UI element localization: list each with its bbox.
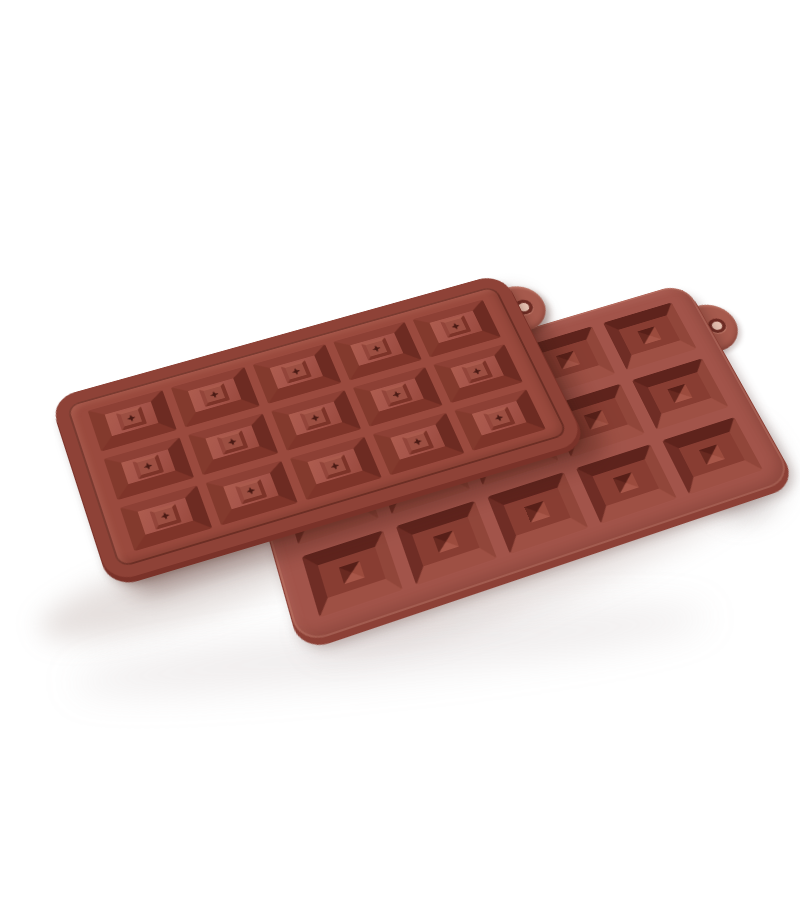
pyramid-cavity (576, 444, 677, 523)
cavity-floor-peak (524, 501, 550, 523)
pyramid-cavity (396, 501, 497, 585)
bump-nub (235, 478, 267, 504)
bump-nub (281, 360, 312, 384)
bump-nub (440, 315, 471, 338)
cavity-cell (632, 358, 729, 430)
bump-nub (300, 406, 332, 431)
bump-nub (319, 454, 351, 479)
nub-star-dimple (126, 413, 137, 423)
nub-star-dimple (227, 437, 238, 447)
cavity-floor-peak (699, 445, 725, 466)
pyramid-bump (373, 413, 465, 475)
nub-star-dimple (450, 322, 461, 331)
nub-star-dimple (371, 344, 382, 353)
cavity-floor-peak (667, 384, 692, 403)
pyramid-cavity (487, 472, 588, 554)
cavity-cell (576, 444, 677, 523)
nub-star-dimple (142, 461, 153, 471)
cavity-floor-peak (339, 561, 365, 584)
nub-star-dimple (209, 390, 220, 399)
bump-nub (461, 360, 493, 384)
cavity-floor-peak (584, 410, 609, 430)
cavity-cell (396, 501, 497, 585)
cavity-floor-peak (556, 351, 580, 370)
nub-star-dimple (493, 413, 505, 423)
pyramid-cavity (302, 531, 403, 618)
nub-star-dimple (412, 437, 424, 447)
bump-nub (217, 430, 249, 455)
pyramid-cavity (662, 417, 763, 494)
bump-nub (199, 383, 230, 407)
bump-nub (149, 503, 181, 529)
product-photo-scene (0, 0, 800, 923)
nub-star-dimple (245, 486, 257, 496)
nub-star-dimple (290, 367, 301, 376)
cavity-cell (302, 531, 403, 618)
nub-star-dimple (391, 390, 402, 399)
bump-nub (381, 383, 413, 407)
nub-star-dimple (160, 511, 172, 521)
cavity-floor-peak (433, 531, 459, 554)
bump-cell (373, 413, 465, 475)
bump-nub (483, 406, 515, 431)
nub-star-dimple (329, 461, 341, 471)
bump-cell (454, 389, 545, 450)
cavity-cell (662, 417, 763, 494)
bump-nub (116, 406, 147, 431)
pyramid-cavity (632, 358, 729, 430)
bump-nub (402, 430, 434, 455)
nub-star-dimple (309, 413, 320, 423)
cavity-cell (487, 472, 588, 554)
cavity-cell (603, 302, 697, 370)
pyramid-cavity (603, 302, 697, 370)
bump-nub (132, 454, 164, 479)
cavity-floor-peak (613, 472, 639, 493)
pyramid-bump (454, 389, 545, 450)
nub-star-dimple (471, 367, 483, 376)
cavity-floor-peak (637, 326, 661, 344)
bump-nub (361, 337, 392, 360)
